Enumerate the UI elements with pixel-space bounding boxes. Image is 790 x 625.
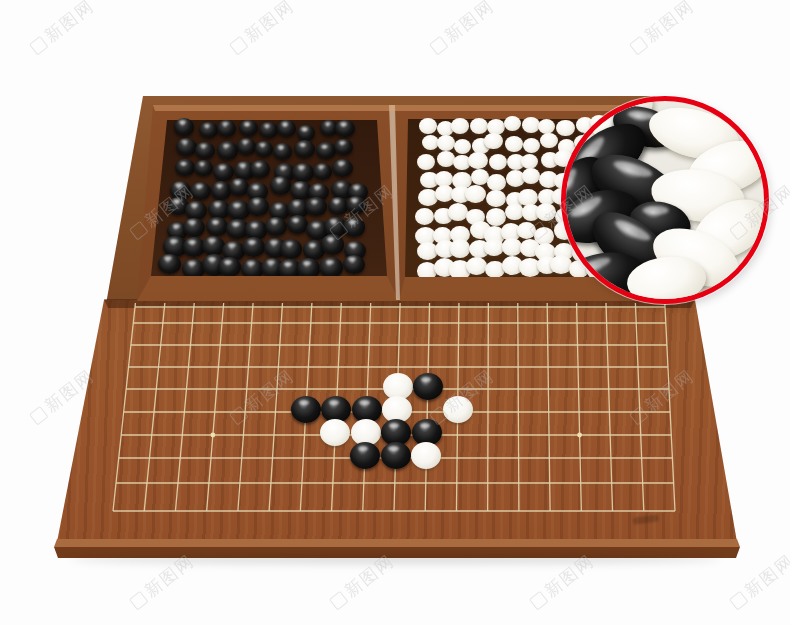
white-tray-stone	[415, 208, 434, 225]
white-tray-stone	[454, 139, 471, 154]
white-tray-stone	[486, 190, 506, 208]
white-tray-stone	[521, 154, 538, 169]
white-tray-stone	[417, 154, 435, 170]
white-tray-stone	[470, 118, 488, 134]
white-tray-stone	[505, 136, 523, 151]
white-tray-stone	[437, 135, 455, 151]
white-tray-stone	[540, 133, 558, 149]
white-tray-stone	[465, 185, 485, 203]
white-tray-stone	[484, 239, 504, 257]
white-tray-stone	[471, 169, 489, 185]
white-tray-stone	[437, 151, 455, 167]
white-tray-stone	[536, 203, 557, 221]
white-tray-stone	[556, 120, 574, 136]
white-tray-stone	[504, 116, 521, 131]
white-tray-stone	[468, 152, 487, 169]
white-tray-stone	[489, 154, 507, 170]
white-tray-stone	[466, 257, 487, 275]
white-tray-stone	[486, 208, 506, 226]
magnifier-circle	[561, 96, 769, 304]
white-tray-stones	[0, 0, 790, 625]
white-tray-stone	[487, 174, 506, 190]
product-photo-stage: 新图网新图网新图网新图网新图网新图网新图网新图网新图网新图网新图网新图网新图网新…	[0, 0, 790, 625]
white-tray-stone	[419, 118, 437, 134]
white-tray-stone	[451, 118, 469, 134]
white-tray-stone	[505, 204, 524, 221]
white-tray-stone	[450, 239, 471, 257]
white-tray-stone	[523, 138, 540, 153]
white-tray-stone	[502, 238, 522, 255]
white-tray-stone	[484, 133, 503, 150]
white-tray-stone	[522, 168, 540, 184]
